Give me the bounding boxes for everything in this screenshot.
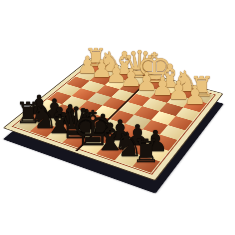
pieces-layer: ♜♞♝♛♚♝♞♜♟♟♟♟♟♟♟♟♟♟♟♟♟♟♟♟♜♞♝♛♚♝♞♜: [0, 0, 235, 235]
black-rook-h8: ♜: [132, 136, 161, 168]
white-pawn-h2: ♟: [184, 83, 207, 109]
chess-set-photo: ♜♞♝♛♚♝♞♜♟♟♟♟♟♟♟♟♟♟♟♟♟♟♟♟♜♞♝♛♚♝♞♜: [0, 0, 235, 235]
